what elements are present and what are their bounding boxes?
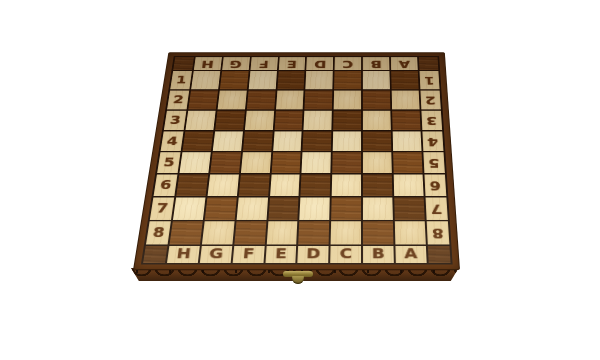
coordinate-glyph: D bbox=[306, 248, 320, 261]
square-c6[interactable] bbox=[332, 175, 361, 196]
square-d6[interactable] bbox=[301, 175, 331, 196]
coordinate-glyph: 2 bbox=[425, 95, 436, 105]
square-f5[interactable] bbox=[241, 153, 271, 174]
square-b5[interactable] bbox=[363, 153, 392, 174]
coordinate-glyph: E bbox=[287, 59, 297, 69]
rank-label-left-2: 2 bbox=[167, 91, 189, 110]
file-label-far-h: H bbox=[194, 57, 222, 70]
coordinate-glyph: 3 bbox=[169, 115, 181, 126]
rank-label-right-3: 3 bbox=[421, 111, 442, 130]
coordinate-glyph: 5 bbox=[163, 157, 176, 168]
square-d4[interactable] bbox=[303, 131, 332, 151]
square-h6[interactable] bbox=[176, 175, 208, 196]
square-a8[interactable] bbox=[395, 221, 426, 244]
file-label-near-d: D bbox=[298, 246, 329, 263]
file-label-far-c: C bbox=[335, 57, 361, 70]
square-e1[interactable] bbox=[277, 71, 305, 89]
file-label-near-a: A bbox=[395, 246, 426, 263]
board-scene: HGFEDCBA1122334455667788HGFEDCBA bbox=[133, 0, 460, 270]
coordinate-glyph: A bbox=[404, 248, 417, 261]
file-label-near-f: F bbox=[232, 246, 264, 263]
square-e8[interactable] bbox=[266, 221, 297, 244]
square-a3[interactable] bbox=[392, 111, 420, 130]
square-f8[interactable] bbox=[234, 221, 266, 244]
square-g6[interactable] bbox=[208, 175, 239, 196]
rank-label-left-7: 7 bbox=[150, 198, 175, 220]
square-e7[interactable] bbox=[268, 198, 299, 220]
square-h3[interactable] bbox=[186, 111, 216, 130]
square-f3[interactable] bbox=[245, 111, 274, 130]
border-corner-far-right bbox=[419, 57, 439, 70]
file-label-far-b: B bbox=[363, 57, 389, 70]
border-corner-near-left bbox=[143, 246, 167, 263]
board-grid: HGFEDCBA1122334455667788HGFEDCBA bbox=[141, 56, 453, 264]
coordinate-glyph: 8 bbox=[432, 226, 444, 239]
square-d8[interactable] bbox=[299, 221, 330, 244]
square-g5[interactable] bbox=[210, 153, 241, 174]
square-h7[interactable] bbox=[173, 198, 205, 220]
coordinate-glyph: F bbox=[259, 59, 270, 69]
square-b3[interactable] bbox=[363, 111, 391, 130]
square-c5[interactable] bbox=[332, 153, 361, 174]
file-label-far-g: G bbox=[222, 57, 250, 70]
coordinate-glyph: A bbox=[398, 59, 410, 69]
square-h2[interactable] bbox=[189, 91, 219, 110]
square-e4[interactable] bbox=[273, 131, 302, 151]
file-label-far-d: D bbox=[307, 57, 334, 70]
coordinate-glyph: 7 bbox=[431, 203, 443, 215]
brass-clasp-icon bbox=[283, 271, 313, 285]
coordinate-glyph: 1 bbox=[424, 75, 435, 85]
square-a1[interactable] bbox=[391, 71, 418, 89]
square-d5[interactable] bbox=[302, 153, 331, 174]
rank-label-right-4: 4 bbox=[422, 131, 443, 151]
border-corner-far-left bbox=[173, 57, 194, 70]
square-c2[interactable] bbox=[334, 91, 361, 110]
square-c4[interactable] bbox=[333, 131, 361, 151]
coordinate-glyph: 4 bbox=[427, 136, 438, 147]
square-c3[interactable] bbox=[333, 111, 361, 130]
square-g4[interactable] bbox=[213, 131, 243, 151]
coordinate-glyph: 8 bbox=[152, 226, 165, 239]
coordinate-glyph: 3 bbox=[426, 115, 437, 126]
photo-background: HGFEDCBA1122334455667788HGFEDCBA bbox=[0, 0, 600, 360]
file-label-far-e: E bbox=[278, 57, 305, 70]
square-h1[interactable] bbox=[191, 71, 220, 89]
coordinate-glyph: D bbox=[314, 59, 326, 69]
square-c7[interactable] bbox=[331, 198, 361, 220]
rank-label-left-8: 8 bbox=[146, 221, 171, 244]
square-e3[interactable] bbox=[274, 111, 303, 130]
square-b7[interactable] bbox=[363, 198, 393, 220]
rank-label-right-5: 5 bbox=[423, 153, 445, 174]
square-a5[interactable] bbox=[393, 153, 422, 174]
coordinate-glyph: G bbox=[208, 248, 223, 261]
square-g2[interactable] bbox=[218, 91, 247, 110]
square-b1[interactable] bbox=[363, 71, 390, 89]
square-e5[interactable] bbox=[271, 153, 301, 174]
square-g3[interactable] bbox=[215, 111, 245, 130]
square-f2[interactable] bbox=[247, 91, 276, 110]
square-f7[interactable] bbox=[236, 198, 267, 220]
rank-label-left-6: 6 bbox=[154, 175, 178, 196]
square-d1[interactable] bbox=[306, 71, 333, 89]
coordinate-glyph: 7 bbox=[156, 203, 169, 215]
rank-label-left-5: 5 bbox=[157, 153, 181, 174]
border-corner-near-right bbox=[428, 246, 451, 263]
square-a2[interactable] bbox=[392, 91, 420, 110]
coordinate-glyph: 2 bbox=[172, 95, 184, 105]
rank-label-left-3: 3 bbox=[164, 111, 187, 130]
square-d7[interactable] bbox=[300, 198, 330, 220]
rank-label-right-8: 8 bbox=[426, 221, 449, 244]
rank-label-right-2: 2 bbox=[420, 91, 441, 110]
file-label-near-h: H bbox=[167, 246, 200, 263]
clasp-tab bbox=[292, 276, 304, 284]
coordinate-glyph: F bbox=[242, 248, 255, 261]
coordinate-glyph: B bbox=[372, 248, 385, 261]
rank-label-right-6: 6 bbox=[424, 175, 446, 196]
square-f4[interactable] bbox=[243, 131, 273, 151]
coordinate-glyph: 6 bbox=[429, 179, 441, 191]
square-f6[interactable] bbox=[239, 175, 270, 196]
chess-board: HGFEDCBA1122334455667788HGFEDCBA bbox=[133, 52, 460, 270]
square-h5[interactable] bbox=[180, 153, 211, 174]
square-e2[interactable] bbox=[276, 91, 304, 110]
square-e6[interactable] bbox=[270, 175, 300, 196]
square-c8[interactable] bbox=[331, 221, 361, 244]
square-h4[interactable] bbox=[183, 131, 214, 151]
square-a4[interactable] bbox=[393, 131, 422, 151]
coordinate-glyph: 6 bbox=[159, 179, 172, 191]
file-label-far-f: F bbox=[250, 57, 277, 70]
square-b8[interactable] bbox=[363, 221, 393, 244]
rank-label-left-1: 1 bbox=[170, 71, 192, 89]
coordinate-glyph: B bbox=[371, 59, 382, 69]
file-label-far-a: A bbox=[391, 57, 418, 70]
coordinate-glyph: H bbox=[201, 59, 214, 69]
square-g8[interactable] bbox=[202, 221, 234, 244]
square-c1[interactable] bbox=[334, 71, 361, 89]
square-h8[interactable] bbox=[170, 221, 203, 244]
coordinate-glyph: C bbox=[340, 248, 352, 261]
coordinate-glyph: H bbox=[176, 248, 192, 261]
square-d2[interactable] bbox=[305, 91, 333, 110]
square-b6[interactable] bbox=[363, 175, 392, 196]
rank-label-right-7: 7 bbox=[425, 198, 447, 220]
coordinate-glyph: E bbox=[275, 248, 287, 261]
square-d3[interactable] bbox=[304, 111, 332, 130]
rank-label-left-4: 4 bbox=[161, 131, 184, 151]
square-g1[interactable] bbox=[220, 71, 249, 89]
square-f1[interactable] bbox=[249, 71, 277, 89]
coordinate-glyph: 4 bbox=[166, 136, 178, 147]
file-label-near-c: C bbox=[330, 246, 361, 263]
square-g7[interactable] bbox=[205, 198, 237, 220]
square-b2[interactable] bbox=[363, 91, 390, 110]
square-a7[interactable] bbox=[394, 198, 424, 220]
file-label-near-e: E bbox=[265, 246, 296, 263]
file-label-near-g: G bbox=[200, 246, 232, 263]
coordinate-glyph: 5 bbox=[428, 157, 440, 168]
file-label-near-b: B bbox=[363, 246, 394, 263]
coordinate-glyph: G bbox=[230, 59, 243, 69]
rank-label-right-1: 1 bbox=[419, 71, 439, 89]
coordinate-glyph: C bbox=[343, 59, 354, 69]
square-b4[interactable] bbox=[363, 131, 391, 151]
square-a6[interactable] bbox=[394, 175, 424, 196]
coordinate-glyph: 1 bbox=[175, 75, 187, 85]
